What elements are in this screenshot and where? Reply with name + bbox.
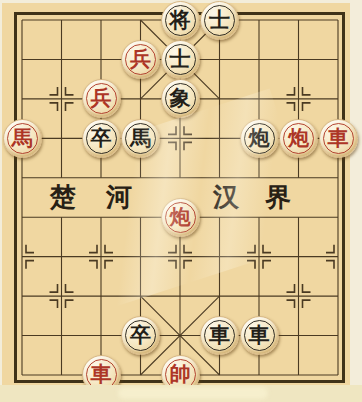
black-elephant[interactable]: 象 — [161, 79, 200, 118]
piece-glyph: 卒 — [91, 127, 112, 148]
piece-glyph: 兵 — [130, 48, 151, 69]
black-soldier[interactable]: 卒 — [121, 316, 160, 355]
piece-glyph: 炮 — [170, 206, 191, 227]
red-cannon[interactable]: 炮 — [161, 198, 200, 237]
black-general[interactable]: 将 — [161, 1, 200, 40]
piece-glyph: 帥 — [170, 363, 191, 384]
piece-glyph: 炮 — [249, 127, 270, 148]
piece-glyph: 馬 — [12, 127, 33, 148]
piece-glyph: 兵 — [91, 87, 112, 108]
black-chariot[interactable]: 車 — [240, 316, 279, 355]
piece-glyph: 象 — [170, 87, 191, 108]
black-advisor[interactable]: 士 — [161, 40, 200, 79]
bottom-edge-highlight — [118, 387, 268, 399]
red-horse[interactable]: 馬 — [3, 119, 42, 158]
red-soldier[interactable]: 兵 — [82, 79, 121, 118]
black-chariot[interactable]: 車 — [200, 316, 239, 355]
black-soldier[interactable]: 卒 — [82, 119, 121, 158]
xiangqi-screenshot: 楚 河 汉 界 将士兵士兵象馬卒馬炮炮車炮卒車車車帥 — [0, 0, 362, 402]
piece-glyph: 士 — [209, 9, 230, 30]
red-soldier[interactable]: 兵 — [121, 40, 160, 79]
piece-glyph: 卒 — [130, 324, 151, 345]
black-horse[interactable]: 馬 — [121, 119, 160, 158]
piece-glyph: 車 — [209, 324, 230, 345]
pieces-layer: 将士兵士兵象馬卒馬炮炮車炮卒車車車帥 — [2, 0, 358, 394]
piece-glyph: 将 — [170, 9, 191, 30]
piece-glyph: 炮 — [288, 127, 309, 148]
red-chariot[interactable]: 車 — [319, 119, 358, 158]
red-cannon[interactable]: 炮 — [279, 119, 318, 158]
piece-glyph: 馬 — [130, 127, 151, 148]
black-advisor[interactable]: 士 — [200, 1, 239, 40]
piece-glyph: 車 — [328, 127, 349, 148]
piece-glyph: 士 — [170, 48, 191, 69]
piece-glyph: 車 — [91, 363, 112, 384]
piece-glyph: 車 — [249, 324, 270, 345]
black-cannon[interactable]: 炮 — [240, 119, 279, 158]
